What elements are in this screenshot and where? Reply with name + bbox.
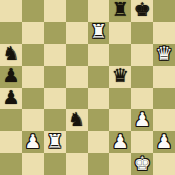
square-f1[interactable] [109, 153, 131, 175]
square-d1[interactable] [66, 153, 88, 175]
square-c3[interactable] [44, 109, 66, 131]
square-e4[interactable] [88, 88, 110, 110]
square-c6[interactable] [44, 44, 66, 66]
square-h6[interactable]: ♛ [153, 44, 175, 66]
square-d8[interactable] [66, 0, 88, 22]
square-e5[interactable] [88, 66, 110, 88]
square-c2[interactable]: ♜ [44, 131, 66, 153]
square-e1[interactable] [88, 153, 110, 175]
square-e7[interactable]: ♜ [88, 22, 110, 44]
square-b8[interactable] [22, 0, 44, 22]
square-b5[interactable] [22, 66, 44, 88]
square-c8[interactable] [44, 0, 66, 22]
square-c4[interactable] [44, 88, 66, 110]
square-b4[interactable] [22, 88, 44, 110]
square-b7[interactable] [22, 22, 44, 44]
square-e2[interactable] [88, 131, 110, 153]
square-c5[interactable] [44, 66, 66, 88]
square-e3[interactable] [88, 109, 110, 131]
square-f3[interactable] [109, 109, 131, 131]
black-queen-f5[interactable]: ♛ [112, 66, 129, 85]
square-h2[interactable]: ♟ [153, 131, 175, 153]
black-pawn-a4[interactable]: ♟ [2, 88, 19, 107]
square-g3[interactable]: ♟ [131, 109, 153, 131]
white-pawn-f2[interactable]: ♟ [112, 132, 129, 151]
square-c1[interactable] [44, 153, 66, 175]
chess-app-window: ♜♚♜♞♛♟♛♟♞♟♟♜♟♟♚ [0, 0, 175, 175]
square-h8[interactable] [153, 0, 175, 22]
square-g4[interactable] [131, 88, 153, 110]
square-f8[interactable]: ♜ [109, 0, 131, 22]
square-g6[interactable] [131, 44, 153, 66]
white-king-g1[interactable]: ♚ [134, 154, 151, 173]
white-pawn-h2[interactable]: ♟ [156, 132, 173, 151]
square-g5[interactable] [131, 66, 153, 88]
black-rook-f8[interactable]: ♜ [112, 0, 129, 19]
square-a4[interactable]: ♟ [0, 88, 22, 110]
square-g7[interactable] [131, 22, 153, 44]
square-g1[interactable]: ♚ [131, 153, 153, 175]
square-b3[interactable] [22, 109, 44, 131]
square-b6[interactable] [22, 44, 44, 66]
square-f7[interactable] [109, 22, 131, 44]
square-b2[interactable]: ♟ [22, 131, 44, 153]
square-e8[interactable] [88, 0, 110, 22]
black-king-g8[interactable]: ♚ [134, 0, 151, 19]
black-knight-d3[interactable]: ♞ [68, 110, 85, 129]
square-d4[interactable] [66, 88, 88, 110]
white-queen-h6[interactable]: ♛ [156, 44, 173, 63]
black-pawn-a5[interactable]: ♟ [2, 66, 19, 85]
square-b1[interactable] [22, 153, 44, 175]
square-h4[interactable] [153, 88, 175, 110]
square-a7[interactable] [0, 22, 22, 44]
square-h1[interactable] [153, 153, 175, 175]
square-h5[interactable] [153, 66, 175, 88]
black-knight-a6[interactable]: ♞ [2, 44, 19, 63]
square-h7[interactable] [153, 22, 175, 44]
square-a5[interactable]: ♟ [0, 66, 22, 88]
square-a1[interactable] [0, 153, 22, 175]
square-d7[interactable] [66, 22, 88, 44]
square-e6[interactable] [88, 44, 110, 66]
white-pawn-b2[interactable]: ♟ [24, 132, 41, 151]
square-a3[interactable] [0, 109, 22, 131]
square-g8[interactable]: ♚ [131, 0, 153, 22]
square-f5[interactable]: ♛ [109, 66, 131, 88]
square-f2[interactable]: ♟ [109, 131, 131, 153]
square-c7[interactable] [44, 22, 66, 44]
square-d3[interactable]: ♞ [66, 109, 88, 131]
square-f4[interactable] [109, 88, 131, 110]
square-g2[interactable] [131, 131, 153, 153]
square-a6[interactable]: ♞ [0, 44, 22, 66]
square-h3[interactable] [153, 109, 175, 131]
square-f6[interactable] [109, 44, 131, 66]
white-rook-e7[interactable]: ♜ [90, 22, 107, 41]
chess-board: ♜♚♜♞♛♟♛♟♞♟♟♜♟♟♚ [0, 0, 175, 175]
white-pawn-g3[interactable]: ♟ [134, 110, 151, 129]
square-d6[interactable] [66, 44, 88, 66]
square-d5[interactable] [66, 66, 88, 88]
square-a8[interactable] [0, 0, 22, 22]
square-d2[interactable] [66, 131, 88, 153]
white-rook-c2[interactable]: ♜ [46, 132, 63, 151]
square-a2[interactable] [0, 131, 22, 153]
